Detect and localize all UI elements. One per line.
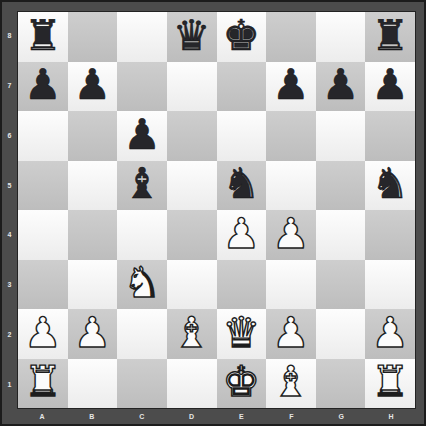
rank-labels: 87654321 <box>2 11 17 409</box>
square-c6[interactable]: ♟ <box>117 111 167 161</box>
piece-white-king[interactable]: ♚ <box>222 361 260 403</box>
square-d4[interactable] <box>167 210 217 260</box>
square-e7[interactable] <box>217 62 267 112</box>
square-d5[interactable] <box>167 161 217 211</box>
square-a4[interactable] <box>18 210 68 260</box>
file-label-g: G <box>316 409 366 424</box>
square-a1[interactable]: ♜ <box>18 359 68 409</box>
square-b6[interactable] <box>68 111 118 161</box>
file-label-e: E <box>217 409 267 424</box>
rank-label-2: 2 <box>2 310 17 360</box>
piece-white-queen[interactable]: ♛ <box>222 312 260 354</box>
square-b2[interactable]: ♟ <box>68 309 118 359</box>
piece-white-rook[interactable]: ♜ <box>24 361 62 403</box>
piece-black-rook[interactable]: ♜ <box>371 15 409 57</box>
square-d6[interactable] <box>167 111 217 161</box>
square-h6[interactable] <box>365 111 415 161</box>
rank-label-4: 4 <box>2 210 17 260</box>
square-c4[interactable] <box>117 210 167 260</box>
square-f6[interactable] <box>266 111 316 161</box>
rank-label-1: 1 <box>2 359 17 409</box>
piece-white-pawn[interactable]: ♟ <box>272 213 310 255</box>
piece-black-king[interactable]: ♚ <box>222 15 260 57</box>
square-b4[interactable] <box>68 210 118 260</box>
square-h3[interactable] <box>365 260 415 310</box>
square-f2[interactable]: ♟ <box>266 309 316 359</box>
chess-board: ♜♛♚♜♟♟♟♟♟♟♝♞♞♟♟♞♟♟♝♛♟♟♜♚♝♜ <box>17 11 416 409</box>
square-a5[interactable] <box>18 161 68 211</box>
square-f4[interactable]: ♟ <box>266 210 316 260</box>
piece-black-rook[interactable]: ♜ <box>24 15 62 57</box>
piece-white-pawn[interactable]: ♟ <box>24 312 62 354</box>
file-label-h: H <box>366 409 416 424</box>
square-g7[interactable]: ♟ <box>316 62 366 112</box>
square-d3[interactable] <box>167 260 217 310</box>
square-e3[interactable] <box>217 260 267 310</box>
square-h7[interactable]: ♟ <box>365 62 415 112</box>
square-a2[interactable]: ♟ <box>18 309 68 359</box>
square-e8[interactable]: ♚ <box>217 12 267 62</box>
rank-label-8: 8 <box>2 11 17 61</box>
square-g3[interactable] <box>316 260 366 310</box>
rank-label-3: 3 <box>2 260 17 310</box>
piece-black-knight[interactable]: ♞ <box>371 163 409 205</box>
square-e1[interactable]: ♚ <box>217 359 267 409</box>
piece-black-pawn[interactable]: ♟ <box>322 64 360 106</box>
piece-white-pawn[interactable]: ♟ <box>371 312 409 354</box>
piece-white-pawn[interactable]: ♟ <box>222 213 260 255</box>
square-d8[interactable]: ♛ <box>167 12 217 62</box>
file-labels: ABCDEFGH <box>17 409 416 424</box>
piece-white-bishop[interactable]: ♝ <box>173 312 211 354</box>
piece-black-pawn[interactable]: ♟ <box>74 64 112 106</box>
piece-white-rook[interactable]: ♜ <box>371 361 409 403</box>
square-c2[interactable] <box>117 309 167 359</box>
piece-white-pawn[interactable]: ♟ <box>272 312 310 354</box>
square-g6[interactable] <box>316 111 366 161</box>
rank-label-6: 6 <box>2 111 17 161</box>
piece-black-pawn[interactable]: ♟ <box>272 64 310 106</box>
square-e2[interactable]: ♛ <box>217 309 267 359</box>
square-a7[interactable]: ♟ <box>18 62 68 112</box>
piece-black-pawn[interactable]: ♟ <box>371 64 409 106</box>
square-h5[interactable]: ♞ <box>365 161 415 211</box>
square-d1[interactable] <box>167 359 217 409</box>
square-c1[interactable] <box>117 359 167 409</box>
piece-black-knight[interactable]: ♞ <box>222 163 260 205</box>
square-a3[interactable] <box>18 260 68 310</box>
square-f1[interactable]: ♝ <box>266 359 316 409</box>
square-a8[interactable]: ♜ <box>18 12 68 62</box>
square-c8[interactable] <box>117 12 167 62</box>
square-g4[interactable] <box>316 210 366 260</box>
piece-white-bishop[interactable]: ♝ <box>272 361 310 403</box>
piece-black-queen[interactable]: ♛ <box>173 15 211 57</box>
square-f3[interactable] <box>266 260 316 310</box>
piece-black-pawn[interactable]: ♟ <box>24 64 62 106</box>
piece-black-bishop[interactable]: ♝ <box>123 163 161 205</box>
rank-label-7: 7 <box>2 61 17 111</box>
square-b1[interactable] <box>68 359 118 409</box>
square-g8[interactable] <box>316 12 366 62</box>
square-f7[interactable]: ♟ <box>266 62 316 112</box>
square-h2[interactable]: ♟ <box>365 309 415 359</box>
piece-black-pawn[interactable]: ♟ <box>123 114 161 156</box>
rank-label-5: 5 <box>2 160 17 210</box>
square-a6[interactable] <box>18 111 68 161</box>
square-d2[interactable]: ♝ <box>167 309 217 359</box>
square-c3[interactable]: ♞ <box>117 260 167 310</box>
file-label-c: C <box>117 409 167 424</box>
piece-white-knight[interactable]: ♞ <box>123 262 161 304</box>
board-frame: 87654321 ABCDEFGH ♜♛♚♜♟♟♟♟♟♟♝♞♞♟♟♞♟♟♝♛♟♟… <box>0 0 426 426</box>
square-f8[interactable] <box>266 12 316 62</box>
square-b3[interactable] <box>68 260 118 310</box>
square-f5[interactable] <box>266 161 316 211</box>
square-h8[interactable]: ♜ <box>365 12 415 62</box>
square-g1[interactable] <box>316 359 366 409</box>
square-g2[interactable] <box>316 309 366 359</box>
square-g5[interactable] <box>316 161 366 211</box>
file-label-d: D <box>167 409 217 424</box>
square-b7[interactable]: ♟ <box>68 62 118 112</box>
square-e5[interactable]: ♞ <box>217 161 267 211</box>
file-label-f: F <box>266 409 316 424</box>
file-label-b: B <box>67 409 117 424</box>
square-e6[interactable] <box>217 111 267 161</box>
square-c5[interactable]: ♝ <box>117 161 167 211</box>
square-d7[interactable] <box>167 62 217 112</box>
square-c7[interactable] <box>117 62 167 112</box>
piece-white-pawn[interactable]: ♟ <box>74 312 112 354</box>
file-label-a: A <box>17 409 67 424</box>
square-h1[interactable]: ♜ <box>365 359 415 409</box>
square-b5[interactable] <box>68 161 118 211</box>
square-h4[interactable] <box>365 210 415 260</box>
square-e4[interactable]: ♟ <box>217 210 267 260</box>
square-b8[interactable] <box>68 12 118 62</box>
